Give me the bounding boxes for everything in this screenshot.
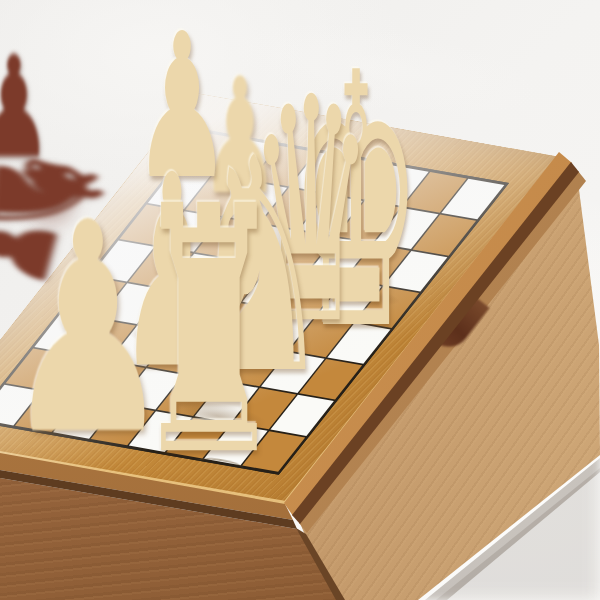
white-rook: ♜ [133, 162, 285, 502]
chess-box-photo: ♟ ♞ ♟ ♟ ♟ ♛ ♚ ♞ ♟ ♜ ♟ [0, 0, 600, 600]
